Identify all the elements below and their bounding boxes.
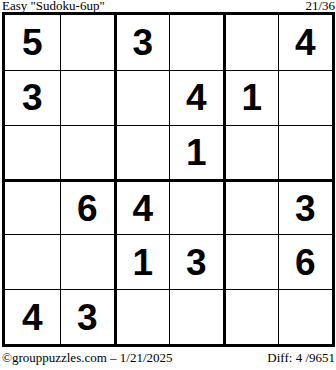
cell-r5c4-given-3: 3	[169, 234, 224, 289]
cell-r4c2-given-6: 6	[60, 179, 115, 234]
cell-r6c4-empty	[169, 289, 224, 344]
cell-r6c1-given-4: 4	[5, 289, 60, 344]
cell-r1c5-empty	[223, 15, 278, 70]
cell-r3c6-empty	[278, 125, 333, 180]
cell-r6c3-empty	[114, 289, 169, 344]
cell-r4c3-given-4: 4	[114, 179, 169, 234]
cell-r2c5-given-1: 1	[223, 70, 278, 125]
cell-r5c5-empty	[223, 234, 278, 289]
copyright-text: ©grouppuzzles.com – 1/21/2025	[2, 351, 173, 365]
cell-r5c6-given-6: 6	[278, 234, 333, 289]
cell-r5c1-empty	[5, 234, 60, 289]
cell-r1c3-given-3: 3	[114, 15, 169, 70]
cell-r3c3-empty	[114, 125, 169, 180]
puzzle-title: Easy "Sudoku-6up"	[2, 0, 105, 12]
page-header: Easy "Sudoku-6up" 21/36	[2, 0, 335, 12]
cell-r3c4-given-1: 1	[169, 125, 224, 180]
page-footer: ©grouppuzzles.com – 1/21/2025 Diff: 4 /9…	[2, 351, 335, 365]
cell-r6c5-empty	[223, 289, 278, 344]
cell-r6c6-empty	[278, 289, 333, 344]
cell-r5c3-given-1: 1	[114, 234, 169, 289]
page-counter: 21/36	[305, 0, 335, 12]
cell-r2c3-empty	[114, 70, 169, 125]
cell-r2c6-empty	[278, 70, 333, 125]
cell-r3c1-empty	[5, 125, 60, 180]
cell-r6c2-given-3: 3	[60, 289, 115, 344]
cell-r4c5-empty	[223, 179, 278, 234]
sudoku-board: 534341164313643	[2, 12, 335, 347]
difficulty-text: Diff: 4 /9651	[267, 351, 335, 365]
cell-r2c1-given-3: 3	[5, 70, 60, 125]
cell-r2c4-given-4: 4	[169, 70, 224, 125]
cell-r5c2-empty	[60, 234, 115, 289]
cell-r1c4-empty	[169, 15, 224, 70]
cell-r3c5-empty	[223, 125, 278, 180]
cell-r2c2-empty	[60, 70, 115, 125]
cell-r4c1-empty	[5, 179, 60, 234]
cell-r1c6-given-4: 4	[278, 15, 333, 70]
cell-r4c6-given-3: 3	[278, 179, 333, 234]
cell-r1c1-given-5: 5	[5, 15, 60, 70]
cell-r1c2-empty	[60, 15, 115, 70]
cell-r3c2-empty	[60, 125, 115, 180]
cell-r4c4-empty	[169, 179, 224, 234]
